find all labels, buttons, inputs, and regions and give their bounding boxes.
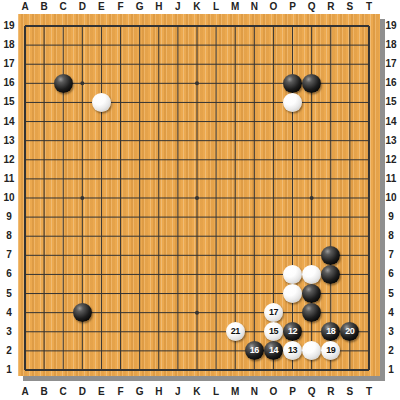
move-number: 21 (231, 327, 240, 336)
coord-label-top-T: T (366, 2, 372, 12)
coord-label-left-12: 12 (3, 155, 14, 165)
coord-label-bottom-N: N (251, 387, 258, 397)
coord-label-top-C: C (60, 2, 67, 12)
move-number: 12 (288, 327, 297, 336)
coord-label-bottom-K: K (193, 387, 200, 397)
coord-label-left-16: 16 (3, 78, 14, 88)
go-board-diagram: 17211512182016141319 AABBCCDDEEFFGGHHJJK… (0, 0, 400, 400)
coord-label-left-11: 11 (4, 174, 15, 184)
coord-label-bottom-T: T (366, 387, 372, 397)
coord-label-right-10: 10 (385, 193, 396, 203)
move-number: 16 (250, 346, 259, 355)
coord-label-bottom-S: S (347, 387, 354, 397)
coord-label-bottom-M: M (231, 387, 239, 397)
coord-label-right-4: 4 (388, 308, 394, 318)
board-grid (18, 14, 380, 376)
coord-label-top-L: L (213, 2, 219, 12)
stone-black-D4[interactable] (73, 303, 92, 322)
coord-label-top-P: P (289, 2, 296, 12)
move-number: 15 (269, 327, 278, 336)
coord-label-bottom-A: A (21, 387, 28, 397)
coord-label-left-13: 13 (3, 136, 14, 146)
star-point (80, 196, 84, 200)
coord-label-left-6: 6 (6, 269, 12, 279)
star-point (195, 196, 199, 200)
coord-label-right-7: 7 (388, 250, 394, 260)
coord-label-bottom-B: B (40, 387, 47, 397)
coord-label-right-11: 11 (386, 174, 397, 184)
stone-white-P6[interactable] (283, 265, 302, 284)
move-number: 20 (345, 327, 354, 336)
coord-label-bottom-F: F (117, 387, 123, 397)
coord-label-bottom-R: R (327, 387, 334, 397)
coord-label-right-6: 6 (388, 269, 394, 279)
coord-label-top-J: J (175, 2, 181, 12)
star-point (195, 81, 199, 85)
coord-label-right-16: 16 (385, 78, 396, 88)
coord-label-right-19: 19 (385, 21, 396, 31)
stone-white-M3[interactable]: 21 (226, 322, 245, 341)
coord-label-left-1: 1 (6, 365, 12, 375)
stone-black-Q16[interactable] (302, 74, 321, 93)
coord-label-left-15: 15 (3, 97, 14, 107)
coord-label-bottom-Q: Q (308, 387, 316, 397)
coord-label-top-B: B (40, 2, 47, 12)
stone-black-P16[interactable] (283, 74, 302, 93)
coord-label-left-8: 8 (6, 231, 12, 241)
coord-label-left-19: 19 (3, 21, 14, 31)
coord-label-right-18: 18 (385, 40, 396, 50)
coord-label-top-M: M (231, 2, 239, 12)
move-number: 17 (269, 308, 278, 317)
coord-label-right-15: 15 (385, 97, 396, 107)
coord-label-right-5: 5 (388, 289, 394, 299)
move-number: 19 (326, 346, 335, 355)
coord-label-left-7: 7 (6, 250, 12, 260)
coord-label-right-14: 14 (385, 117, 396, 127)
coord-label-left-3: 3 (6, 327, 12, 337)
coord-label-bottom-L: L (213, 387, 219, 397)
coord-label-right-13: 13 (385, 136, 396, 146)
coord-label-left-14: 14 (3, 117, 14, 127)
coord-label-top-R: R (327, 2, 334, 12)
coord-label-left-4: 4 (6, 308, 12, 318)
coord-label-bottom-G: G (136, 387, 144, 397)
coord-label-left-5: 5 (6, 289, 12, 299)
coord-label-top-K: K (193, 2, 200, 12)
stone-white-E15[interactable] (92, 93, 111, 112)
coord-label-bottom-J: J (175, 387, 181, 397)
coord-label-top-N: N (251, 2, 258, 12)
coord-label-bottom-E: E (98, 387, 105, 397)
coord-label-right-1: 1 (388, 365, 394, 375)
coord-label-right-17: 17 (385, 59, 396, 69)
coord-label-bottom-D: D (79, 387, 86, 397)
stone-white-P15[interactable] (283, 93, 302, 112)
stone-black-R7[interactable] (321, 246, 340, 265)
coord-label-top-O: O (270, 2, 278, 12)
coord-label-right-3: 3 (388, 327, 394, 337)
star-point (310, 196, 314, 200)
stone-white-P5[interactable] (283, 284, 302, 303)
coord-label-top-E: E (98, 2, 105, 12)
star-point (195, 311, 199, 315)
go-board[interactable]: 17211512182016141319 (18, 14, 380, 376)
move-number: 13 (288, 346, 297, 355)
move-number: 18 (326, 327, 335, 336)
coord-label-left-9: 9 (6, 212, 12, 222)
stone-white-Q6[interactable] (302, 265, 321, 284)
coord-label-top-G: G (136, 2, 144, 12)
coord-label-bottom-C: C (60, 387, 67, 397)
coord-label-top-F: F (117, 2, 123, 12)
coord-label-right-9: 9 (388, 212, 394, 222)
coord-label-left-10: 10 (3, 193, 14, 203)
coord-label-left-18: 18 (3, 40, 14, 50)
coord-label-left-2: 2 (6, 346, 12, 356)
coord-label-left-17: 17 (3, 59, 14, 69)
coord-label-top-Q: Q (308, 2, 316, 12)
coord-label-bottom-O: O (270, 387, 278, 397)
coord-label-top-H: H (155, 2, 162, 12)
coord-label-top-A: A (21, 2, 28, 12)
coord-label-right-8: 8 (388, 231, 394, 241)
stone-black-C16[interactable] (54, 74, 73, 93)
coord-label-right-12: 12 (385, 155, 396, 165)
coord-label-top-D: D (79, 2, 86, 12)
coord-label-bottom-P: P (289, 387, 296, 397)
star-point (80, 81, 84, 85)
move-number: 14 (269, 346, 278, 355)
coord-label-top-S: S (347, 2, 354, 12)
coord-label-right-2: 2 (388, 346, 394, 356)
stone-white-O4[interactable]: 17 (264, 303, 283, 322)
coord-label-bottom-H: H (155, 387, 162, 397)
